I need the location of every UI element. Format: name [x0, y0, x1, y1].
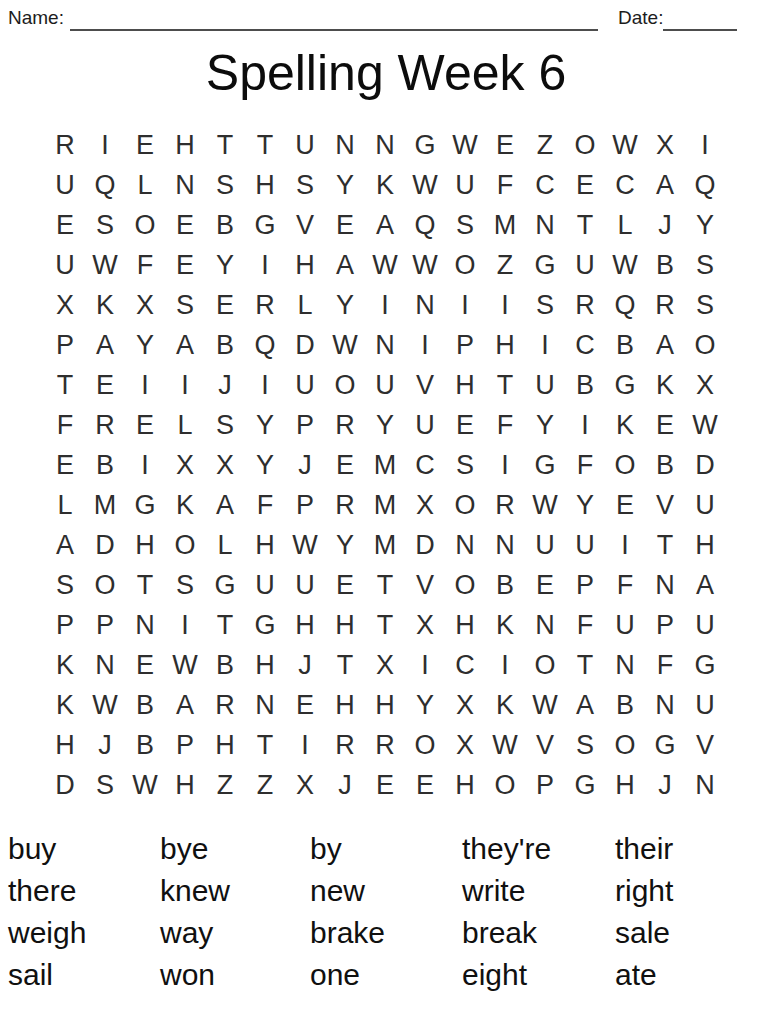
grid-cell-r2c6: H	[245, 165, 285, 205]
grid-cell-r10c10: X	[405, 485, 445, 525]
grid-cell-r3c8: E	[325, 205, 365, 245]
grid-cell-r17c16: J	[645, 765, 685, 805]
grid-cell-r4c5: Y	[205, 245, 245, 285]
grid-cell-r7c12: T	[485, 365, 525, 405]
grid-cell-r17c13: P	[525, 765, 565, 805]
grid-cell-r13c9: T	[365, 605, 405, 645]
grid-cell-r5c5: E	[205, 285, 245, 325]
grid-cell-r6c10: I	[405, 325, 445, 365]
grid-cell-r7c1: T	[45, 365, 85, 405]
grid-cell-r14c2: N	[85, 645, 125, 685]
grid-cell-r4c17: S	[685, 245, 725, 285]
grid-cell-r12c12: B	[485, 565, 525, 605]
grid-cell-r7c11: H	[445, 365, 485, 405]
date-fill-line	[663, 9, 737, 31]
grid-cell-r8c6: Y	[245, 405, 285, 445]
grid-cell-r9c5: X	[205, 445, 245, 485]
grid-cell-r17c9: E	[365, 765, 405, 805]
grid-cell-r17c11: H	[445, 765, 485, 805]
grid-cell-r16c17: V	[685, 725, 725, 765]
grid-cell-r10c14: Y	[565, 485, 605, 525]
grid-cell-r3c15: L	[605, 205, 645, 245]
grid-cell-r1c9: N	[365, 125, 405, 165]
word-item: brake	[310, 912, 462, 954]
grid-cell-r15c6: N	[245, 685, 285, 725]
grid-cell-r4c2: W	[85, 245, 125, 285]
grid-cell-r3c2: S	[85, 205, 125, 245]
grid-cell-r12c6: U	[245, 565, 285, 605]
grid-cell-r6c15: B	[605, 325, 645, 365]
grid-cell-r13c10: X	[405, 605, 445, 645]
grid-cell-r8c3: E	[125, 405, 165, 445]
grid-cell-r8c10: U	[405, 405, 445, 445]
grid-cell-r11c7: W	[285, 525, 325, 565]
grid-cell-r2c9: K	[365, 165, 405, 205]
grid-cell-r11c6: H	[245, 525, 285, 565]
grid-cell-r2c11: U	[445, 165, 485, 205]
grid-cell-r8c7: P	[285, 405, 325, 445]
grid-cell-r7c2: E	[85, 365, 125, 405]
word-item: way	[160, 912, 310, 954]
grid-cell-r8c2: R	[85, 405, 125, 445]
grid-cell-r1c5: T	[205, 125, 245, 165]
grid-cell-r17c10: E	[405, 765, 445, 805]
grid-cell-r6c13: I	[525, 325, 565, 365]
grid-cell-r9c3: I	[125, 445, 165, 485]
grid-cell-r12c4: S	[165, 565, 205, 605]
grid-cell-r15c1: K	[45, 685, 85, 725]
grid-cell-r4c11: O	[445, 245, 485, 285]
grid-cell-r7c6: I	[245, 365, 285, 405]
word-item: buy	[8, 828, 160, 870]
grid-cell-r17c12: O	[485, 765, 525, 805]
grid-cell-r16c6: T	[245, 725, 285, 765]
worksheet-page: Name: Date: Spelling Week 6 RIEHTTUNNGWE…	[0, 0, 772, 1024]
grid-cell-r12c10: V	[405, 565, 445, 605]
grid-cell-r15c14: A	[565, 685, 605, 725]
word-list: buybyebythey'retheirthereknewnewwriterig…	[8, 828, 764, 996]
grid-cell-r17c8: J	[325, 765, 365, 805]
grid-cell-r4c10: W	[405, 245, 445, 285]
grid-cell-r9c13: G	[525, 445, 565, 485]
grid-cell-r14c9: X	[365, 645, 405, 685]
grid-cell-r6c7: D	[285, 325, 325, 365]
grid-cell-r12c16: N	[645, 565, 685, 605]
grid-cell-r4c12: Z	[485, 245, 525, 285]
grid-cell-r4c9: W	[365, 245, 405, 285]
word-item: new	[310, 870, 462, 912]
grid-cell-r13c11: H	[445, 605, 485, 645]
grid-cell-r14c12: I	[485, 645, 525, 685]
grid-cell-r1c12: E	[485, 125, 525, 165]
word-item: break	[462, 912, 615, 954]
grid-cell-r16c5: H	[205, 725, 245, 765]
grid-cell-r11c17: H	[685, 525, 725, 565]
grid-cell-r14c16: F	[645, 645, 685, 685]
grid-cell-r4c1: U	[45, 245, 85, 285]
grid-cell-r11c8: Y	[325, 525, 365, 565]
grid-cell-r4c15: W	[605, 245, 645, 285]
grid-cell-r16c16: G	[645, 725, 685, 765]
grid-cell-r2c3: L	[125, 165, 165, 205]
word-item: knew	[160, 870, 310, 912]
grid-cell-r1c6: T	[245, 125, 285, 165]
grid-cell-r8c11: E	[445, 405, 485, 445]
grid-cell-r5c14: R	[565, 285, 605, 325]
grid-cell-r7c15: G	[605, 365, 645, 405]
grid-cell-r8c5: S	[205, 405, 245, 445]
grid-cell-r12c3: T	[125, 565, 165, 605]
grid-cell-r11c11: N	[445, 525, 485, 565]
grid-cell-r7c3: I	[125, 365, 165, 405]
grid-cell-r12c9: T	[365, 565, 405, 605]
grid-cell-r5c10: N	[405, 285, 445, 325]
grid-cell-r6c5: B	[205, 325, 245, 365]
grid-cell-r5c11: I	[445, 285, 485, 325]
grid-cell-r9c15: O	[605, 445, 645, 485]
grid-cell-r8c15: K	[605, 405, 645, 445]
grid-cell-r3c14: T	[565, 205, 605, 245]
grid-cell-r6c16: A	[645, 325, 685, 365]
grid-cell-r17c14: G	[565, 765, 605, 805]
grid-cell-r15c8: H	[325, 685, 365, 725]
word-item: their	[615, 828, 764, 870]
grid-cell-r12c5: G	[205, 565, 245, 605]
grid-cell-r6c17: O	[685, 325, 725, 365]
grid-cell-r16c1: H	[45, 725, 85, 765]
grid-cell-r9c9: M	[365, 445, 405, 485]
word-item: right	[615, 870, 764, 912]
grid-cell-r4c8: A	[325, 245, 365, 285]
grid-cell-r5c15: Q	[605, 285, 645, 325]
grid-cell-r3c10: Q	[405, 205, 445, 245]
grid-cell-r4c13: G	[525, 245, 565, 285]
grid-cell-r15c12: K	[485, 685, 525, 725]
word-item: write	[462, 870, 615, 912]
grid-cell-r7c16: K	[645, 365, 685, 405]
grid-cell-r17c1: D	[45, 765, 85, 805]
grid-cell-r15c17: U	[685, 685, 725, 725]
word-item: sail	[8, 954, 160, 996]
grid-cell-r9c10: C	[405, 445, 445, 485]
grid-cell-r5c12: I	[485, 285, 525, 325]
grid-cell-r13c15: U	[605, 605, 645, 645]
grid-cell-r3c3: O	[125, 205, 165, 245]
grid-cell-r6c11: P	[445, 325, 485, 365]
grid-cell-r17c6: Z	[245, 765, 285, 805]
grid-cell-r14c17: G	[685, 645, 725, 685]
grid-cell-r9c16: B	[645, 445, 685, 485]
grid-cell-r13c7: H	[285, 605, 325, 645]
grid-cell-r2c4: N	[165, 165, 205, 205]
grid-cell-r8c13: Y	[525, 405, 565, 445]
grid-cell-r1c15: W	[605, 125, 645, 165]
grid-cell-r3c4: E	[165, 205, 205, 245]
grid-cell-r4c14: U	[565, 245, 605, 285]
grid-cell-r16c2: J	[85, 725, 125, 765]
word-item: they're	[462, 828, 615, 870]
grid-cell-r9c2: B	[85, 445, 125, 485]
grid-cell-r13c8: H	[325, 605, 365, 645]
grid-cell-r13c1: P	[45, 605, 85, 645]
grid-cell-r3c17: Y	[685, 205, 725, 245]
grid-cell-r16c8: R	[325, 725, 365, 765]
grid-cell-r15c4: A	[165, 685, 205, 725]
word-item: there	[8, 870, 160, 912]
grid-cell-r10c2: M	[85, 485, 125, 525]
grid-cell-r12c11: O	[445, 565, 485, 605]
grid-cell-r12c13: E	[525, 565, 565, 605]
grid-cell-r2c17: Q	[685, 165, 725, 205]
grid-cell-r3c13: N	[525, 205, 565, 245]
grid-cell-r7c14: B	[565, 365, 605, 405]
grid-cell-r11c10: D	[405, 525, 445, 565]
grid-cell-r6c9: N	[365, 325, 405, 365]
name-label: Name:	[8, 7, 64, 29]
grid-cell-r2c10: W	[405, 165, 445, 205]
grid-cell-r12c1: S	[45, 565, 85, 605]
grid-cell-r10c13: W	[525, 485, 565, 525]
grid-cell-r3c12: M	[485, 205, 525, 245]
grid-cell-r2c8: Y	[325, 165, 365, 205]
word-item: bye	[160, 828, 310, 870]
grid-cell-r17c17: N	[685, 765, 725, 805]
grid-cell-r2c12: F	[485, 165, 525, 205]
grid-cell-r14c11: C	[445, 645, 485, 685]
grid-cell-r14c6: H	[245, 645, 285, 685]
grid-cell-r14c4: W	[165, 645, 205, 685]
grid-cell-r6c2: A	[85, 325, 125, 365]
grid-cell-r15c2: W	[85, 685, 125, 725]
grid-cell-r16c4: P	[165, 725, 205, 765]
grid-cell-r15c11: X	[445, 685, 485, 725]
grid-cell-r14c13: O	[525, 645, 565, 685]
grid-cell-r16c15: O	[605, 725, 645, 765]
grid-cell-r11c3: H	[125, 525, 165, 565]
grid-cell-r10c6: F	[245, 485, 285, 525]
grid-cell-r1c8: N	[325, 125, 365, 165]
grid-cell-r15c15: B	[605, 685, 645, 725]
grid-cell-r2c2: Q	[85, 165, 125, 205]
grid-cell-r5c9: I	[365, 285, 405, 325]
grid-cell-r6c6: Q	[245, 325, 285, 365]
word-search-grid: RIEHTTUNNGWEZOWXIUQLNSHSYKWUFCECAQESOEBG…	[45, 125, 725, 805]
grid-cell-r9c17: D	[685, 445, 725, 485]
grid-cell-r13c4: I	[165, 605, 205, 645]
grid-cell-r2c5: S	[205, 165, 245, 205]
grid-cell-r10c11: O	[445, 485, 485, 525]
grid-cell-r12c14: P	[565, 565, 605, 605]
grid-cell-r2c13: C	[525, 165, 565, 205]
grid-cell-r4c6: I	[245, 245, 285, 285]
grid-cell-r16c12: W	[485, 725, 525, 765]
grid-cell-r15c9: H	[365, 685, 405, 725]
grid-cell-r3c5: B	[205, 205, 245, 245]
grid-cell-r13c14: F	[565, 605, 605, 645]
grid-cell-r11c13: U	[525, 525, 565, 565]
grid-cell-r2c14: E	[565, 165, 605, 205]
grid-cell-r9c4: X	[165, 445, 205, 485]
grid-cell-r15c7: E	[285, 685, 325, 725]
grid-cell-r12c2: O	[85, 565, 125, 605]
grid-cell-r14c10: I	[405, 645, 445, 685]
grid-cell-r14c15: N	[605, 645, 645, 685]
grid-cell-r9c8: E	[325, 445, 365, 485]
grid-cell-r5c2: K	[85, 285, 125, 325]
grid-cell-r8c1: F	[45, 405, 85, 445]
grid-cell-r16c7: I	[285, 725, 325, 765]
grid-cell-r2c16: A	[645, 165, 685, 205]
grid-cell-r8c17: W	[685, 405, 725, 445]
grid-cell-r10c7: P	[285, 485, 325, 525]
grid-cell-r13c3: N	[125, 605, 165, 645]
grid-cell-r9c7: J	[285, 445, 325, 485]
grid-cell-r5c17: S	[685, 285, 725, 325]
grid-cell-r4c4: E	[165, 245, 205, 285]
grid-cell-r14c5: B	[205, 645, 245, 685]
grid-cell-r2c7: S	[285, 165, 325, 205]
grid-cell-r10c9: M	[365, 485, 405, 525]
grid-cell-r5c1: X	[45, 285, 85, 325]
grid-cell-r7c7: U	[285, 365, 325, 405]
grid-cell-r16c9: R	[365, 725, 405, 765]
grid-cell-r1c10: G	[405, 125, 445, 165]
grid-cell-r17c7: X	[285, 765, 325, 805]
grid-cell-r1c14: O	[565, 125, 605, 165]
grid-cell-r10c5: A	[205, 485, 245, 525]
grid-cell-r11c15: I	[605, 525, 645, 565]
grid-cell-r2c15: C	[605, 165, 645, 205]
grid-cell-r7c5: J	[205, 365, 245, 405]
grid-cell-r3c1: E	[45, 205, 85, 245]
grid-cell-r1c16: X	[645, 125, 685, 165]
grid-cell-r11c12: N	[485, 525, 525, 565]
grid-cell-r11c2: D	[85, 525, 125, 565]
grid-cell-r13c17: U	[685, 605, 725, 645]
date-label: Date:	[618, 7, 663, 29]
grid-cell-r1c3: E	[125, 125, 165, 165]
grid-cell-r1c17: I	[685, 125, 725, 165]
grid-cell-r13c6: G	[245, 605, 285, 645]
grid-cell-r3c9: A	[365, 205, 405, 245]
grid-cell-r14c1: K	[45, 645, 85, 685]
grid-cell-r14c3: E	[125, 645, 165, 685]
grid-cell-r4c3: F	[125, 245, 165, 285]
grid-cell-r3c7: V	[285, 205, 325, 245]
grid-cell-r16c10: O	[405, 725, 445, 765]
grid-cell-r7c8: O	[325, 365, 365, 405]
grid-cell-r8c4: L	[165, 405, 205, 445]
grid-cell-r10c17: U	[685, 485, 725, 525]
grid-cell-r8c9: Y	[365, 405, 405, 445]
grid-cell-r10c1: L	[45, 485, 85, 525]
grid-cell-r5c16: R	[645, 285, 685, 325]
grid-cell-r6c1: P	[45, 325, 85, 365]
grid-cell-r6c12: H	[485, 325, 525, 365]
grid-cell-r12c8: E	[325, 565, 365, 605]
grid-cell-r8c12: F	[485, 405, 525, 445]
grid-cell-r7c9: U	[365, 365, 405, 405]
page-title: Spelling Week 6	[0, 44, 772, 102]
grid-cell-r14c14: T	[565, 645, 605, 685]
grid-cell-r13c2: P	[85, 605, 125, 645]
grid-cell-r8c16: E	[645, 405, 685, 445]
grid-cell-r4c7: H	[285, 245, 325, 285]
grid-cell-r11c16: T	[645, 525, 685, 565]
grid-cell-r17c5: Z	[205, 765, 245, 805]
grid-cell-r7c10: V	[405, 365, 445, 405]
grid-cell-r16c14: S	[565, 725, 605, 765]
grid-cell-r12c17: A	[685, 565, 725, 605]
grid-cell-r3c11: S	[445, 205, 485, 245]
grid-cell-r16c13: V	[525, 725, 565, 765]
grid-cell-r5c6: R	[245, 285, 285, 325]
grid-cell-r11c9: M	[365, 525, 405, 565]
grid-cell-r16c11: X	[445, 725, 485, 765]
grid-cell-r3c16: J	[645, 205, 685, 245]
grid-cell-r13c13: N	[525, 605, 565, 645]
grid-cell-r17c3: W	[125, 765, 165, 805]
grid-cell-r5c3: X	[125, 285, 165, 325]
grid-cell-r5c4: S	[165, 285, 205, 325]
word-item: one	[310, 954, 462, 996]
grid-cell-r10c12: R	[485, 485, 525, 525]
grid-cell-r13c12: K	[485, 605, 525, 645]
grid-cell-r16c3: B	[125, 725, 165, 765]
grid-cell-r6c4: A	[165, 325, 205, 365]
grid-cell-r14c8: T	[325, 645, 365, 685]
grid-cell-r13c5: T	[205, 605, 245, 645]
grid-cell-r9c11: S	[445, 445, 485, 485]
grid-cell-r15c3: B	[125, 685, 165, 725]
grid-cell-r10c8: R	[325, 485, 365, 525]
word-item: ate	[615, 954, 764, 996]
grid-cell-r8c8: R	[325, 405, 365, 445]
grid-cell-r9c1: E	[45, 445, 85, 485]
grid-cell-r5c7: L	[285, 285, 325, 325]
grid-cell-r12c15: F	[605, 565, 645, 605]
grid-cell-r11c14: U	[565, 525, 605, 565]
grid-cell-r1c4: H	[165, 125, 205, 165]
grid-cell-r7c17: X	[685, 365, 725, 405]
grid-cell-r17c15: H	[605, 765, 645, 805]
grid-cell-r17c2: S	[85, 765, 125, 805]
grid-cell-r1c7: U	[285, 125, 325, 165]
grid-cell-r6c8: W	[325, 325, 365, 365]
grid-cell-r11c5: L	[205, 525, 245, 565]
grid-cell-r17c4: H	[165, 765, 205, 805]
word-item: eight	[462, 954, 615, 996]
grid-cell-r8c14: I	[565, 405, 605, 445]
grid-cell-r10c15: E	[605, 485, 645, 525]
grid-cell-r6c14: C	[565, 325, 605, 365]
grid-cell-r1c2: I	[85, 125, 125, 165]
grid-cell-r14c7: J	[285, 645, 325, 685]
grid-cell-r10c16: V	[645, 485, 685, 525]
grid-cell-r6c3: Y	[125, 325, 165, 365]
word-item: by	[310, 828, 462, 870]
name-fill-line	[70, 9, 598, 31]
grid-cell-r9c12: I	[485, 445, 525, 485]
grid-cell-r5c13: S	[525, 285, 565, 325]
grid-cell-r7c13: U	[525, 365, 565, 405]
grid-cell-r11c1: A	[45, 525, 85, 565]
grid-cell-r13c16: P	[645, 605, 685, 645]
grid-cell-r3c6: G	[245, 205, 285, 245]
grid-cell-r10c4: K	[165, 485, 205, 525]
grid-cell-r9c6: Y	[245, 445, 285, 485]
grid-cell-r15c10: Y	[405, 685, 445, 725]
